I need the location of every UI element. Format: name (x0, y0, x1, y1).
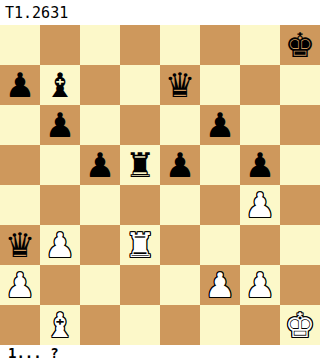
piece-black-bishop[interactable]: ♝ (45, 65, 75, 105)
piece-black-pawn[interactable]: ♟ (245, 145, 275, 185)
square-e7[interactable]: ♛ (160, 65, 200, 105)
square-a5[interactable] (0, 145, 40, 185)
square-a4[interactable] (0, 185, 40, 225)
square-a8[interactable] (0, 25, 40, 65)
square-g6[interactable] (240, 105, 280, 145)
piece-white-pawn[interactable]: ♟ (45, 225, 75, 265)
square-c7[interactable] (80, 65, 120, 105)
square-d3[interactable]: ♜ (120, 225, 160, 265)
square-f4[interactable] (200, 185, 240, 225)
puzzle-id: T1.2631 (0, 0, 320, 25)
square-d4[interactable] (120, 185, 160, 225)
square-h3[interactable] (280, 225, 320, 265)
square-g2[interactable]: ♟ (240, 265, 280, 305)
chess-puzzle-page: T1.2631 ♚♟♝♛♟♟♟♜♟♟♟♛♟♜♟♟♟♝♚ 1... ? (0, 0, 320, 360)
square-d7[interactable] (120, 65, 160, 105)
piece-black-pawn[interactable]: ♟ (85, 145, 115, 185)
square-e6[interactable] (160, 105, 200, 145)
square-e5[interactable]: ♟ (160, 145, 200, 185)
square-d6[interactable] (120, 105, 160, 145)
piece-black-pawn[interactable]: ♟ (165, 145, 195, 185)
square-d2[interactable] (120, 265, 160, 305)
piece-black-pawn[interactable]: ♟ (5, 65, 35, 105)
piece-black-pawn[interactable]: ♟ (45, 105, 75, 145)
square-f2[interactable]: ♟ (200, 265, 240, 305)
square-f3[interactable] (200, 225, 240, 265)
square-a1[interactable] (0, 305, 40, 345)
square-c1[interactable] (80, 305, 120, 345)
square-a6[interactable] (0, 105, 40, 145)
piece-black-rook[interactable]: ♜ (125, 145, 155, 185)
square-d5[interactable]: ♜ (120, 145, 160, 185)
square-g1[interactable] (240, 305, 280, 345)
square-e1[interactable] (160, 305, 200, 345)
square-g5[interactable]: ♟ (240, 145, 280, 185)
piece-white-pawn[interactable]: ♟ (245, 185, 275, 225)
piece-black-queen[interactable]: ♛ (165, 65, 195, 105)
piece-black-queen[interactable]: ♛ (5, 225, 35, 265)
square-f6[interactable]: ♟ (200, 105, 240, 145)
piece-black-king[interactable]: ♚ (285, 25, 315, 65)
square-g7[interactable] (240, 65, 280, 105)
square-h7[interactable] (280, 65, 320, 105)
square-h8[interactable]: ♚ (280, 25, 320, 65)
square-g4[interactable]: ♟ (240, 185, 280, 225)
square-f5[interactable] (200, 145, 240, 185)
square-b3[interactable]: ♟ (40, 225, 80, 265)
square-b5[interactable] (40, 145, 80, 185)
square-e8[interactable] (160, 25, 200, 65)
square-e2[interactable] (160, 265, 200, 305)
square-h5[interactable] (280, 145, 320, 185)
square-c2[interactable] (80, 265, 120, 305)
move-prompt: 1... ? (0, 345, 320, 360)
piece-white-pawn[interactable]: ♟ (245, 265, 275, 305)
square-g8[interactable] (240, 25, 280, 65)
square-b2[interactable] (40, 265, 80, 305)
piece-black-pawn[interactable]: ♟ (205, 105, 235, 145)
square-c5[interactable]: ♟ (80, 145, 120, 185)
chess-board: ♚♟♝♛♟♟♟♜♟♟♟♛♟♜♟♟♟♝♚ (0, 25, 320, 345)
square-b1[interactable]: ♝ (40, 305, 80, 345)
square-g3[interactable] (240, 225, 280, 265)
square-c3[interactable] (80, 225, 120, 265)
square-a7[interactable]: ♟ (0, 65, 40, 105)
piece-white-rook[interactable]: ♜ (125, 225, 155, 265)
piece-white-king[interactable]: ♚ (285, 305, 315, 345)
square-c4[interactable] (80, 185, 120, 225)
square-b6[interactable]: ♟ (40, 105, 80, 145)
square-f8[interactable] (200, 25, 240, 65)
square-b4[interactable] (40, 185, 80, 225)
square-d1[interactable] (120, 305, 160, 345)
square-b8[interactable] (40, 25, 80, 65)
square-c6[interactable] (80, 105, 120, 145)
piece-white-pawn[interactable]: ♟ (5, 265, 35, 305)
square-h1[interactable]: ♚ (280, 305, 320, 345)
square-a2[interactable]: ♟ (0, 265, 40, 305)
square-h6[interactable] (280, 105, 320, 145)
square-h2[interactable] (280, 265, 320, 305)
square-d8[interactable] (120, 25, 160, 65)
square-c8[interactable] (80, 25, 120, 65)
square-e4[interactable] (160, 185, 200, 225)
piece-white-bishop[interactable]: ♝ (45, 305, 75, 345)
square-f7[interactable] (200, 65, 240, 105)
square-f1[interactable] (200, 305, 240, 345)
square-a3[interactable]: ♛ (0, 225, 40, 265)
square-h4[interactable] (280, 185, 320, 225)
square-e3[interactable] (160, 225, 200, 265)
square-b7[interactable]: ♝ (40, 65, 80, 105)
piece-white-pawn[interactable]: ♟ (205, 265, 235, 305)
